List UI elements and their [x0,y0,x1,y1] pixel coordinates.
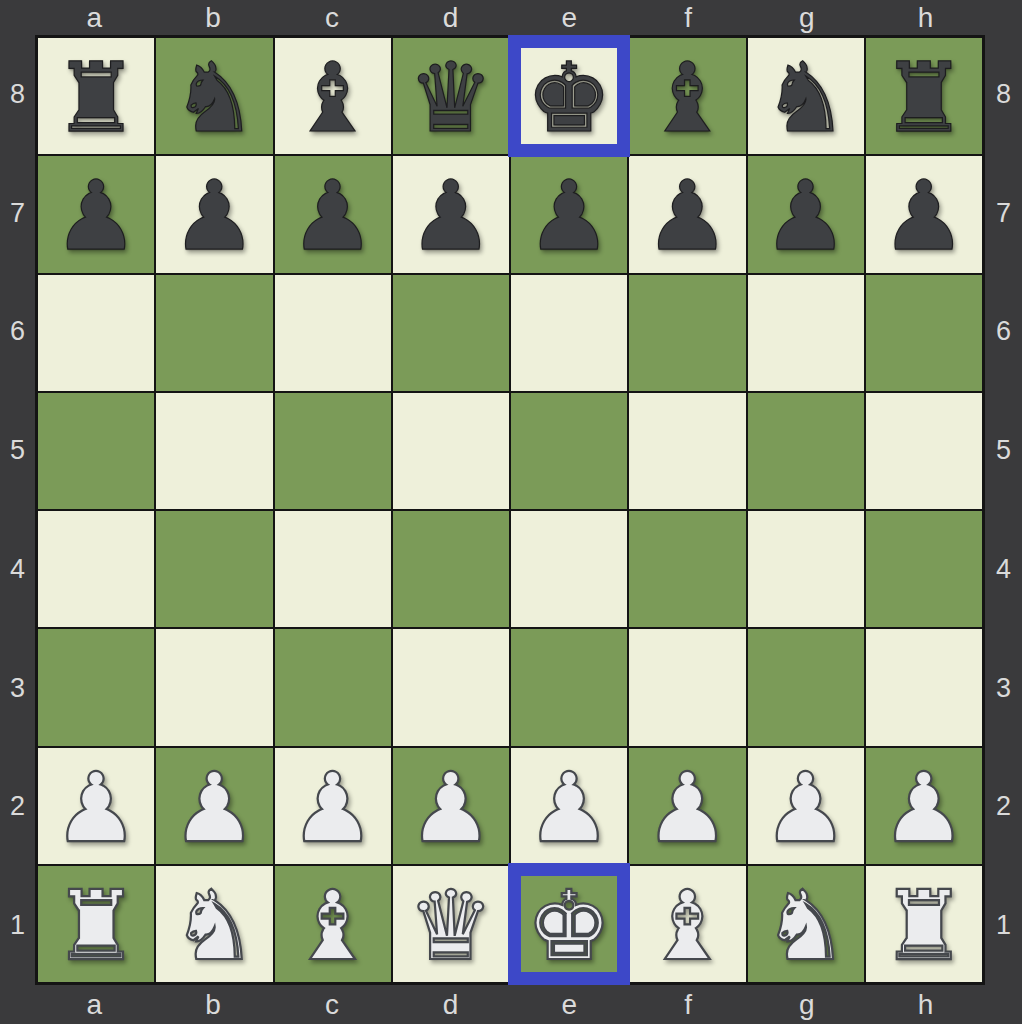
rank-labels-left: 87654321 [0,35,35,985]
file-label-g: g [748,985,867,1024]
square-f2[interactable]: ♟ [629,748,745,864]
file-label-e: e [510,0,629,35]
square-g6[interactable] [748,275,864,391]
square-b1[interactable]: ♞ [156,866,272,982]
square-b8[interactable]: ♞ [156,38,272,154]
square-d3[interactable] [393,629,509,745]
square-c7[interactable]: ♟ [275,156,391,272]
square-f1[interactable]: ♝ [629,866,745,982]
rank-label-7: 7 [0,154,35,273]
square-a5[interactable] [38,393,154,509]
square-c6[interactable] [275,275,391,391]
rank-label-5: 5 [0,391,35,510]
square-d7[interactable]: ♟ [393,156,509,272]
piece-black-pawn[interactable]: ♟ [644,168,730,264]
square-a6[interactable] [38,275,154,391]
piece-white-bishop[interactable]: ♝ [644,878,730,974]
rank-label-4: 4 [0,510,35,629]
square-a1[interactable]: ♜ [38,866,154,982]
square-b6[interactable] [156,275,272,391]
piece-black-rook[interactable]: ♜ [53,50,139,146]
square-g2[interactable]: ♟ [748,748,864,864]
square-a3[interactable] [38,629,154,745]
piece-white-rook[interactable]: ♜ [881,878,967,974]
square-d1[interactable]: ♛ [393,866,509,982]
square-b2[interactable]: ♟ [156,748,272,864]
square-c8[interactable]: ♝ [275,38,391,154]
square-g4[interactable] [748,511,864,627]
piece-white-knight[interactable]: ♞ [171,878,257,974]
rank-label-1: 1 [0,866,35,985]
file-label-b: b [154,985,273,1024]
square-b4[interactable] [156,511,272,627]
rank-label-3: 3 [0,629,35,748]
rank-label-2: 2 [0,748,35,867]
square-b3[interactable] [156,629,272,745]
piece-black-pawn[interactable]: ♟ [53,168,139,264]
square-a8[interactable]: ♜ [38,38,154,154]
file-label-f: f [629,0,748,35]
square-g3[interactable] [748,629,864,745]
square-f4[interactable] [629,511,745,627]
file-label-h: h [866,0,985,35]
square-h8[interactable]: ♜ [866,38,982,154]
file-labels-bottom: abcdefgh [35,985,985,1024]
square-g5[interactable] [748,393,864,509]
square-h7[interactable]: ♟ [866,156,982,272]
square-h4[interactable] [866,511,982,627]
board-frame: abcdefgh abcdefgh 87654321 87654321 ♜♞♝♛… [0,0,1022,1024]
piece-white-rook[interactable]: ♜ [53,878,139,974]
square-g7[interactable]: ♟ [748,156,864,272]
rank-label-8: 8 [985,35,1022,154]
square-c4[interactable] [275,511,391,627]
square-g8[interactable]: ♞ [748,38,864,154]
square-b5[interactable] [156,393,272,509]
square-f8[interactable]: ♝ [629,38,745,154]
piece-white-bishop[interactable]: ♝ [290,878,376,974]
file-label-b: b [154,0,273,35]
square-e6[interactable] [511,275,627,391]
piece-white-pawn[interactable]: ♟ [53,760,139,856]
piece-black-queen[interactable]: ♛ [408,50,494,146]
square-e2[interactable]: ♟ [511,748,627,864]
piece-white-pawn[interactable]: ♟ [290,760,376,856]
rank-labels-right: 87654321 [985,35,1022,985]
rank-label-8: 8 [0,35,35,154]
rank-label-6: 6 [985,273,1022,392]
square-h1[interactable]: ♜ [866,866,982,982]
square-c5[interactable] [275,393,391,509]
file-label-a: a [35,0,154,35]
piece-black-pawn[interactable]: ♟ [881,168,967,264]
piece-white-pawn[interactable]: ♟ [763,760,849,856]
square-c3[interactable] [275,629,391,745]
square-f7[interactable]: ♟ [629,156,745,272]
square-g1[interactable]: ♞ [748,866,864,982]
file-label-f: f [629,985,748,1024]
square-h6[interactable] [866,275,982,391]
piece-white-king[interactable]: ♚ [526,878,612,974]
square-e5[interactable] [511,393,627,509]
square-c2[interactable]: ♟ [275,748,391,864]
square-c1[interactable]: ♝ [275,866,391,982]
square-f3[interactable] [629,629,745,745]
file-label-d: d [391,985,510,1024]
file-label-e: e [510,985,629,1024]
piece-white-pawn[interactable]: ♟ [644,760,730,856]
square-h3[interactable] [866,629,982,745]
square-f6[interactable] [629,275,745,391]
file-label-a: a [35,985,154,1024]
piece-white-queen[interactable]: ♛ [408,878,494,974]
square-e4[interactable] [511,511,627,627]
square-d6[interactable] [393,275,509,391]
piece-black-pawn[interactable]: ♟ [763,168,849,264]
piece-black-bishop[interactable]: ♝ [290,50,376,146]
square-a7[interactable]: ♟ [38,156,154,272]
file-label-d: d [391,0,510,35]
square-e1[interactable]: ♚ [511,866,627,982]
file-labels-top: abcdefgh [35,0,985,35]
square-d2[interactable]: ♟ [393,748,509,864]
rank-label-6: 6 [0,273,35,392]
piece-black-knight[interactable]: ♞ [171,50,257,146]
board-grid: ♜♞♝♛♚♝♞♜♟♟♟♟♟♟♟♟♟♟♟♟♟♟♟♟♜♞♝♛♚♝♞♜ [38,38,982,982]
file-label-c: c [273,0,392,35]
piece-white-pawn[interactable]: ♟ [171,760,257,856]
square-d8[interactable]: ♛ [393,38,509,154]
piece-black-pawn[interactable]: ♟ [526,168,612,264]
rank-label-5: 5 [985,391,1022,510]
square-f5[interactable] [629,393,745,509]
file-label-g: g [748,0,867,35]
rank-label-4: 4 [985,510,1022,629]
chess-board: ♜♞♝♛♚♝♞♜♟♟♟♟♟♟♟♟♟♟♟♟♟♟♟♟♜♞♝♛♚♝♞♜ [35,35,985,985]
piece-black-pawn[interactable]: ♟ [290,168,376,264]
file-label-h: h [866,985,985,1024]
square-e3[interactable] [511,629,627,745]
square-b7[interactable]: ♟ [156,156,272,272]
square-e8[interactable]: ♚ [511,38,627,154]
piece-black-knight[interactable]: ♞ [763,50,849,146]
rank-label-2: 2 [985,748,1022,867]
square-d4[interactable] [393,511,509,627]
rank-label-3: 3 [985,629,1022,748]
square-a2[interactable]: ♟ [38,748,154,864]
file-label-c: c [273,985,392,1024]
square-a4[interactable] [38,511,154,627]
piece-white-knight[interactable]: ♞ [763,878,849,974]
rank-label-1: 1 [985,866,1022,985]
square-e7[interactable]: ♟ [511,156,627,272]
rank-label-7: 7 [985,154,1022,273]
piece-black-pawn[interactable]: ♟ [408,168,494,264]
square-h5[interactable] [866,393,982,509]
piece-black-rook[interactable]: ♜ [881,50,967,146]
piece-black-king[interactable]: ♚ [526,50,612,146]
square-d5[interactable] [393,393,509,509]
piece-black-pawn[interactable]: ♟ [171,168,257,264]
piece-black-bishop[interactable]: ♝ [644,50,730,146]
piece-white-pawn[interactable]: ♟ [881,760,967,856]
square-h2[interactable]: ♟ [866,748,982,864]
piece-white-pawn[interactable]: ♟ [408,760,494,856]
piece-white-pawn[interactable]: ♟ [526,760,612,856]
